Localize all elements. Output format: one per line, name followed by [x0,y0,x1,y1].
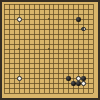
stone-black-Q3[interactable] [76,81,81,86]
screenshot-stage [0,0,100,100]
star-point [18,48,20,50]
star-point [48,48,50,50]
star-point [48,18,50,20]
grid-line-vertical [53,4,54,93]
grid-line-vertical [73,4,74,93]
stone-black-P3[interactable] [71,81,76,86]
stone-white-R14[interactable] [81,27,86,32]
grid-line-horizontal [4,58,93,59]
stone-white-Q4[interactable] [76,76,81,81]
stone-black-R4[interactable] [81,76,86,81]
grid-line-vertical [88,4,89,93]
go-board[interactable] [0,0,100,100]
grid-line-horizontal [4,73,93,74]
stone-black-Q16[interactable] [76,17,81,22]
stone-black-O4[interactable] [66,76,71,81]
stone-white-R3[interactable] [81,81,86,86]
stone-white-D4[interactable] [17,76,22,81]
grid-line-vertical [58,4,59,93]
grid-line-horizontal [4,93,93,94]
grid-line-horizontal [4,53,93,54]
grid-line-horizontal [4,88,93,89]
grid-line-vertical [93,4,94,93]
grid-line-horizontal [4,63,93,64]
grid-line-horizontal [4,68,93,69]
last-move-marker-icon [82,28,84,30]
stone-white-D16[interactable] [17,17,22,22]
grid-line-vertical [63,4,64,93]
